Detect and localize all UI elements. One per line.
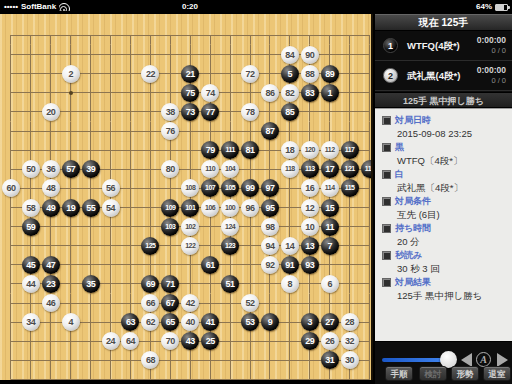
intersection-17-7[interactable]: 112	[320, 141, 340, 160]
intersection-19-5[interactable]	[360, 102, 373, 121]
intersection-2-14[interactable]: 44	[21, 274, 41, 293]
intersection-19-14[interactable]	[360, 274, 373, 293]
intersection-19-2[interactable]	[360, 45, 373, 64]
intersection-3-4[interactable]	[41, 83, 61, 102]
intersection-4-16[interactable]: 4	[61, 313, 81, 332]
intersection-6-16[interactable]	[101, 313, 121, 332]
intersection-9-14[interactable]: 71	[160, 274, 180, 293]
intersection-10-10[interactable]: 101	[180, 198, 200, 217]
intersection-10-16[interactable]: 40	[180, 313, 200, 332]
intersection-11-9[interactable]: 107	[200, 179, 220, 198]
button-4[interactable]: 退室	[483, 366, 511, 381]
intersection-5-19[interactable]	[81, 370, 101, 380]
intersection-8-2[interactable]	[140, 45, 160, 64]
intersection-3-14[interactable]: 23	[41, 274, 61, 293]
intersection-9-10[interactable]: 109	[160, 198, 180, 217]
intersection-6-13[interactable]	[101, 255, 121, 274]
intersection-7-19[interactable]	[121, 370, 141, 380]
intersection-14-14[interactable]	[260, 274, 280, 293]
button-1[interactable]: 手順	[385, 366, 413, 381]
intersection-8-11[interactable]	[140, 217, 160, 236]
intersection-16-8[interactable]: 113	[300, 160, 320, 179]
intersection-18-6[interactable]	[340, 122, 360, 141]
intersection-19-7[interactable]	[360, 141, 373, 160]
intersection-19-16[interactable]	[360, 313, 373, 332]
intersection-1-17[interactable]	[1, 332, 21, 351]
intersection-13-1[interactable]	[240, 26, 260, 45]
intersection-8-5[interactable]	[140, 102, 160, 121]
intersection-12-1[interactable]	[220, 26, 240, 45]
intersection-6-9[interactable]: 56	[101, 179, 121, 198]
intersection-1-4[interactable]	[1, 83, 21, 102]
intersection-8-8[interactable]	[140, 160, 160, 179]
intersection-5-12[interactable]	[81, 236, 101, 255]
intersection-4-19[interactable]	[61, 370, 81, 380]
intersection-7-5[interactable]	[121, 102, 141, 121]
intersection-10-15[interactable]: 42	[180, 294, 200, 313]
intersection-19-9[interactable]	[360, 179, 373, 198]
intersection-19-3[interactable]	[360, 64, 373, 83]
intersection-16-12[interactable]: 13	[300, 236, 320, 255]
intersection-9-15[interactable]: 67	[160, 294, 180, 313]
intersection-5-1[interactable]	[81, 26, 101, 45]
intersection-10-7[interactable]	[180, 141, 200, 160]
intersection-15-13[interactable]: 91	[280, 255, 300, 274]
intersection-10-9[interactable]: 108	[180, 179, 200, 198]
intersection-2-7[interactable]	[21, 141, 41, 160]
intersection-4-2[interactable]	[61, 45, 81, 64]
intersection-2-11[interactable]: 59	[21, 217, 41, 236]
intersection-8-14[interactable]: 69	[140, 274, 160, 293]
intersection-11-12[interactable]	[200, 236, 220, 255]
intersection-2-19[interactable]	[21, 370, 41, 380]
intersection-16-18[interactable]	[300, 351, 320, 370]
intersection-10-13[interactable]	[180, 255, 200, 274]
intersection-19-6[interactable]	[360, 122, 373, 141]
intersection-1-3[interactable]	[1, 64, 21, 83]
intersection-9-5[interactable]: 38	[160, 102, 180, 121]
intersection-8-1[interactable]	[140, 26, 160, 45]
intersection-17-12[interactable]: 7	[320, 236, 340, 255]
intersection-9-7[interactable]	[160, 141, 180, 160]
intersection-14-12[interactable]: 94	[260, 236, 280, 255]
intersection-13-13[interactable]	[240, 255, 260, 274]
intersection-11-17[interactable]: 25	[200, 332, 220, 351]
intersection-4-5[interactable]	[61, 102, 81, 121]
intersection-13-15[interactable]: 52	[240, 294, 260, 313]
intersection-2-13[interactable]: 45	[21, 255, 41, 274]
intersection-11-7[interactable]: 79	[200, 141, 220, 160]
intersection-1-9[interactable]: 60	[1, 179, 21, 198]
intersection-16-11[interactable]: 10	[300, 217, 320, 236]
intersection-13-17[interactable]	[240, 332, 260, 351]
intersection-11-4[interactable]: 74	[200, 83, 220, 102]
intersection-15-19[interactable]	[280, 370, 300, 380]
intersection-1-18[interactable]	[1, 351, 21, 370]
intersection-9-1[interactable]	[160, 26, 180, 45]
intersection-14-19[interactable]	[260, 370, 280, 380]
intersection-4-10[interactable]: 19	[61, 198, 81, 217]
intersection-12-10[interactable]: 100	[220, 198, 240, 217]
intersection-7-17[interactable]: 64	[121, 332, 141, 351]
intersection-9-13[interactable]	[160, 255, 180, 274]
intersection-18-4[interactable]	[340, 83, 360, 102]
intersection-6-2[interactable]	[101, 45, 121, 64]
intersection-15-16[interactable]	[280, 313, 300, 332]
intersection-4-15[interactable]	[61, 294, 81, 313]
intersection-5-2[interactable]	[81, 45, 101, 64]
intersection-1-14[interactable]	[1, 274, 21, 293]
move-slider[interactable]	[382, 358, 448, 362]
intersection-15-12[interactable]: 14	[280, 236, 300, 255]
intersection-17-17[interactable]: 26	[320, 332, 340, 351]
intersection-9-9[interactable]	[160, 179, 180, 198]
intersection-6-6[interactable]	[101, 122, 121, 141]
intersection-18-17[interactable]: 32	[340, 332, 360, 351]
intersection-10-12[interactable]: 122	[180, 236, 200, 255]
intersection-8-15[interactable]: 66	[140, 294, 160, 313]
intersection-3-15[interactable]: 46	[41, 294, 61, 313]
intersection-19-17[interactable]	[360, 332, 373, 351]
button-2[interactable]: 検討	[419, 366, 447, 381]
intersection-15-6[interactable]	[280, 122, 300, 141]
intersection-2-12[interactable]	[21, 236, 41, 255]
intersection-8-19[interactable]	[140, 370, 160, 380]
intersection-4-18[interactable]	[61, 351, 81, 370]
intersection-18-16[interactable]: 28	[340, 313, 360, 332]
intersection-9-8[interactable]: 80	[160, 160, 180, 179]
intersection-9-2[interactable]	[160, 45, 180, 64]
intersection-2-2[interactable]	[21, 45, 41, 64]
intersection-17-6[interactable]	[320, 122, 340, 141]
intersection-19-12[interactable]	[360, 236, 373, 255]
intersection-2-16[interactable]: 34	[21, 313, 41, 332]
intersection-2-1[interactable]	[21, 26, 41, 45]
intersection-4-8[interactable]: 57	[61, 160, 81, 179]
intersection-10-6[interactable]	[180, 122, 200, 141]
intersection-18-2[interactable]	[340, 45, 360, 64]
intersection-3-13[interactable]: 47	[41, 255, 61, 274]
intersection-6-15[interactable]	[101, 294, 121, 313]
intersection-17-18[interactable]: 31	[320, 351, 340, 370]
intersection-10-18[interactable]	[180, 351, 200, 370]
intersection-5-8[interactable]: 39	[81, 160, 101, 179]
intersection-16-6[interactable]	[300, 122, 320, 141]
intersection-11-11[interactable]	[200, 217, 220, 236]
intersection-13-16[interactable]: 53	[240, 313, 260, 332]
intersection-15-9[interactable]	[280, 179, 300, 198]
intersection-18-1[interactable]	[340, 26, 360, 45]
intersection-8-6[interactable]	[140, 122, 160, 141]
intersection-3-7[interactable]	[41, 141, 61, 160]
intersection-11-8[interactable]: 110	[200, 160, 220, 179]
intersection-16-14[interactable]	[300, 274, 320, 293]
intersection-12-19[interactable]	[220, 370, 240, 380]
intersection-1-19[interactable]	[1, 370, 21, 380]
intersection-16-13[interactable]: 93	[300, 255, 320, 274]
intersection-3-2[interactable]	[41, 45, 61, 64]
intersection-4-17[interactable]	[61, 332, 81, 351]
intersection-16-7[interactable]: 120	[300, 141, 320, 160]
intersection-6-8[interactable]	[101, 160, 121, 179]
intersection-10-4[interactable]: 75	[180, 83, 200, 102]
intersection-3-3[interactable]	[41, 64, 61, 83]
intersection-14-3[interactable]	[260, 64, 280, 83]
intersection-12-12[interactable]: 123	[220, 236, 240, 255]
intersection-12-14[interactable]: 51	[220, 274, 240, 293]
intersection-19-10[interactable]	[360, 198, 373, 217]
intersection-14-11[interactable]: 98	[260, 217, 280, 236]
intersection-16-16[interactable]: 3	[300, 313, 320, 332]
intersection-7-9[interactable]	[121, 179, 141, 198]
intersection-19-11[interactable]	[360, 217, 373, 236]
intersection-6-10[interactable]: 54	[101, 198, 121, 217]
intersection-15-14[interactable]: 8	[280, 274, 300, 293]
intersection-4-3[interactable]: 2	[61, 64, 81, 83]
intersection-19-15[interactable]	[360, 294, 373, 313]
intersection-10-1[interactable]	[180, 26, 200, 45]
intersection-18-15[interactable]	[340, 294, 360, 313]
intersection-17-5[interactable]	[320, 102, 340, 121]
intersection-14-15[interactable]	[260, 294, 280, 313]
intersection-11-15[interactable]	[200, 294, 220, 313]
intersection-15-4[interactable]: 82	[280, 83, 300, 102]
intersection-15-2[interactable]: 84	[280, 45, 300, 64]
intersection-13-6[interactable]	[240, 122, 260, 141]
intersection-14-4[interactable]: 86	[260, 83, 280, 102]
intersection-13-18[interactable]	[240, 351, 260, 370]
intersection-12-8[interactable]: 104	[220, 160, 240, 179]
intersection-12-13[interactable]	[220, 255, 240, 274]
intersection-7-16[interactable]: 63	[121, 313, 141, 332]
intersection-2-10[interactable]: 58	[21, 198, 41, 217]
button-3[interactable]: 形勢	[451, 366, 479, 381]
intersection-3-8[interactable]: 36	[41, 160, 61, 179]
intersection-11-13[interactable]: 61	[200, 255, 220, 274]
intersection-4-7[interactable]	[61, 141, 81, 160]
intersection-8-10[interactable]	[140, 198, 160, 217]
intersection-10-3[interactable]: 21	[180, 64, 200, 83]
intersection-9-11[interactable]: 103	[160, 217, 180, 236]
intersection-3-11[interactable]	[41, 217, 61, 236]
intersection-18-3[interactable]	[340, 64, 360, 83]
intersection-14-1[interactable]	[260, 26, 280, 45]
intersection-1-1[interactable]	[1, 26, 21, 45]
intersection-15-5[interactable]: 85	[280, 102, 300, 121]
intersection-15-8[interactable]: 118	[280, 160, 300, 179]
intersection-7-10[interactable]	[121, 198, 141, 217]
intersection-17-11[interactable]: 11	[320, 217, 340, 236]
intersection-12-16[interactable]	[220, 313, 240, 332]
intersection-11-14[interactable]	[200, 274, 220, 293]
intersection-18-8[interactable]: 121	[340, 160, 360, 179]
intersection-14-2[interactable]	[260, 45, 280, 64]
intersection-5-5[interactable]	[81, 102, 101, 121]
intersection-6-19[interactable]	[101, 370, 121, 380]
intersection-3-12[interactable]	[41, 236, 61, 255]
intersection-15-17[interactable]	[280, 332, 300, 351]
intersection-1-15[interactable]	[1, 294, 21, 313]
intersection-12-6[interactable]	[220, 122, 240, 141]
intersection-8-4[interactable]	[140, 83, 160, 102]
intersection-17-14[interactable]: 6	[320, 274, 340, 293]
intersection-12-15[interactable]	[220, 294, 240, 313]
intersection-4-11[interactable]	[61, 217, 81, 236]
intersection-18-10[interactable]	[340, 198, 360, 217]
intersection-16-10[interactable]: 12	[300, 198, 320, 217]
intersection-16-15[interactable]	[300, 294, 320, 313]
intersection-10-2[interactable]	[180, 45, 200, 64]
intersection-2-17[interactable]	[21, 332, 41, 351]
intersection-13-19[interactable]	[240, 370, 260, 380]
intersection-7-12[interactable]	[121, 236, 141, 255]
intersection-11-10[interactable]: 106	[200, 198, 220, 217]
intersection-13-5[interactable]: 78	[240, 102, 260, 121]
intersection-13-4[interactable]	[240, 83, 260, 102]
intersection-3-6[interactable]	[41, 122, 61, 141]
intersection-3-18[interactable]	[41, 351, 61, 370]
intersection-11-2[interactable]	[200, 45, 220, 64]
intersection-17-10[interactable]: 15	[320, 198, 340, 217]
intersection-7-1[interactable]	[121, 26, 141, 45]
intersection-16-17[interactable]: 29	[300, 332, 320, 351]
intersection-4-6[interactable]	[61, 122, 81, 141]
intersection-6-11[interactable]	[101, 217, 121, 236]
intersection-7-8[interactable]	[121, 160, 141, 179]
intersection-16-1[interactable]	[300, 26, 320, 45]
intersection-10-19[interactable]	[180, 370, 200, 380]
intersection-17-16[interactable]: 27	[320, 313, 340, 332]
intersection-11-6[interactable]	[200, 122, 220, 141]
intersection-19-4[interactable]	[360, 83, 373, 102]
intersection-7-2[interactable]	[121, 45, 141, 64]
intersection-2-4[interactable]	[21, 83, 41, 102]
intersection-16-19[interactable]	[300, 370, 320, 380]
intersection-4-4[interactable]	[61, 83, 81, 102]
intersection-2-9[interactable]	[21, 179, 41, 198]
intersection-16-2[interactable]: 90	[300, 45, 320, 64]
intersection-9-17[interactable]: 70	[160, 332, 180, 351]
intersection-8-16[interactable]: 62	[140, 313, 160, 332]
intersection-8-9[interactable]	[140, 179, 160, 198]
intersection-11-5[interactable]: 77	[200, 102, 220, 121]
intersection-13-10[interactable]: 96	[240, 198, 260, 217]
intersection-2-3[interactable]	[21, 64, 41, 83]
intersection-5-3[interactable]	[81, 64, 101, 83]
intersection-5-16[interactable]	[81, 313, 101, 332]
intersection-15-15[interactable]	[280, 294, 300, 313]
intersection-6-5[interactable]	[101, 102, 121, 121]
intersection-5-13[interactable]	[81, 255, 101, 274]
intersection-1-10[interactable]	[1, 198, 21, 217]
intersection-17-1[interactable]	[320, 26, 340, 45]
intersection-1-2[interactable]	[1, 45, 21, 64]
intersection-3-9[interactable]: 48	[41, 179, 61, 198]
intersection-2-15[interactable]	[21, 294, 41, 313]
intersection-17-2[interactable]	[320, 45, 340, 64]
intersection-13-2[interactable]	[240, 45, 260, 64]
intersection-6-7[interactable]	[101, 141, 121, 160]
intersection-6-17[interactable]: 24	[101, 332, 121, 351]
intersection-12-18[interactable]	[220, 351, 240, 370]
intersection-18-5[interactable]	[340, 102, 360, 121]
intersection-1-16[interactable]	[1, 313, 21, 332]
intersection-6-1[interactable]	[101, 26, 121, 45]
intersection-18-14[interactable]	[340, 274, 360, 293]
intersection-18-9[interactable]: 115	[340, 179, 360, 198]
intersection-17-8[interactable]: 17	[320, 160, 340, 179]
intersection-13-9[interactable]: 99	[240, 179, 260, 198]
intersection-7-7[interactable]	[121, 141, 141, 160]
intersection-1-8[interactable]	[1, 160, 21, 179]
intersection-5-11[interactable]	[81, 217, 101, 236]
intersection-7-11[interactable]	[121, 217, 141, 236]
intersection-10-11[interactable]: 102	[180, 217, 200, 236]
intersection-5-9[interactable]	[81, 179, 101, 198]
intersection-14-17[interactable]	[260, 332, 280, 351]
intersection-12-11[interactable]: 124	[220, 217, 240, 236]
intersection-14-5[interactable]	[260, 102, 280, 121]
intersection-8-7[interactable]	[140, 141, 160, 160]
intersection-13-3[interactable]: 72	[240, 64, 260, 83]
intersection-15-18[interactable]	[280, 351, 300, 370]
intersection-19-1[interactable]	[360, 26, 373, 45]
intersection-1-7[interactable]	[1, 141, 21, 160]
intersection-7-14[interactable]	[121, 274, 141, 293]
intersection-17-19[interactable]	[320, 370, 340, 380]
intersection-1-11[interactable]	[1, 217, 21, 236]
intersection-3-1[interactable]	[41, 26, 61, 45]
intersection-10-5[interactable]: 73	[180, 102, 200, 121]
intersection-15-3[interactable]: 5	[280, 64, 300, 83]
intersection-13-11[interactable]	[240, 217, 260, 236]
intersection-9-19[interactable]	[160, 370, 180, 380]
intersection-17-13[interactable]	[320, 255, 340, 274]
intersection-12-17[interactable]	[220, 332, 240, 351]
intersection-8-12[interactable]: 125	[140, 236, 160, 255]
intersection-7-3[interactable]	[121, 64, 141, 83]
intersection-5-10[interactable]: 55	[81, 198, 101, 217]
intersection-12-7[interactable]: 111	[220, 141, 240, 160]
intersection-16-3[interactable]: 88	[300, 64, 320, 83]
intersection-14-10[interactable]: 95	[260, 198, 280, 217]
intersection-11-19[interactable]	[200, 370, 220, 380]
intersection-18-11[interactable]	[340, 217, 360, 236]
intersection-12-9[interactable]: 105	[220, 179, 240, 198]
intersection-3-19[interactable]	[41, 370, 61, 380]
intersection-12-5[interactable]	[220, 102, 240, 121]
intersection-2-6[interactable]	[21, 122, 41, 141]
intersection-7-6[interactable]	[121, 122, 141, 141]
intersection-5-17[interactable]	[81, 332, 101, 351]
intersection-6-14[interactable]	[101, 274, 121, 293]
intersection-10-14[interactable]	[180, 274, 200, 293]
intersection-9-3[interactable]	[160, 64, 180, 83]
intersection-12-2[interactable]	[220, 45, 240, 64]
intersection-18-7[interactable]: 117	[340, 141, 360, 160]
intersection-7-15[interactable]	[121, 294, 141, 313]
intersection-12-4[interactable]	[220, 83, 240, 102]
intersection-17-3[interactable]: 89	[320, 64, 340, 83]
intersection-11-3[interactable]	[200, 64, 220, 83]
intersection-2-8[interactable]: 50	[21, 160, 41, 179]
intersection-16-9[interactable]: 16	[300, 179, 320, 198]
intersection-2-18[interactable]	[21, 351, 41, 370]
intersection-17-15[interactable]	[320, 294, 340, 313]
intersection-4-9[interactable]	[61, 179, 81, 198]
intersection-14-16[interactable]: 9	[260, 313, 280, 332]
intersection-13-12[interactable]	[240, 236, 260, 255]
